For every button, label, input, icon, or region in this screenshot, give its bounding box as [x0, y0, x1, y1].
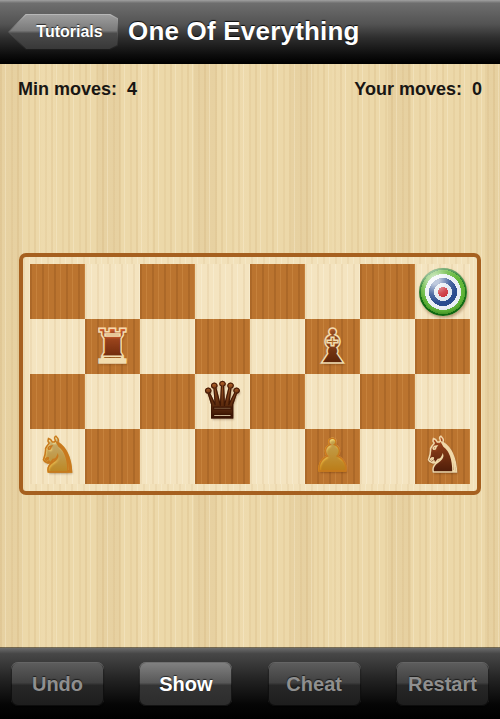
square-r2c8[interactable]	[415, 319, 470, 374]
square-r1c7[interactable]	[360, 264, 415, 319]
square-r4c5[interactable]	[250, 429, 305, 484]
min-moves: Min moves: 4	[18, 79, 137, 100]
square-r1c8[interactable]	[415, 264, 470, 319]
square-r2c6[interactable]: ♝	[305, 319, 360, 374]
restart-button[interactable]: Restart	[396, 662, 489, 706]
square-r3c4[interactable]: ♛	[195, 374, 250, 429]
your-moves-label: Your moves:	[354, 79, 462, 100]
square-r4c7[interactable]	[360, 429, 415, 484]
square-r2c5[interactable]	[250, 319, 305, 374]
square-r2c1[interactable]	[30, 319, 85, 374]
min-moves-label: Min moves:	[18, 79, 117, 100]
square-r1c4[interactable]	[195, 264, 250, 319]
square-r2c3[interactable]	[140, 319, 195, 374]
square-r4c6[interactable]: ♟	[305, 429, 360, 484]
square-r2c7[interactable]	[360, 319, 415, 374]
square-r4c2[interactable]	[85, 429, 140, 484]
undo-button[interactable]: Undo	[11, 662, 104, 706]
bottom-toolbar: Undo Show Cheat Restart	[0, 648, 500, 719]
back-button-label: Tutorials	[36, 23, 102, 41]
square-r4c4[interactable]	[195, 429, 250, 484]
square-r3c7[interactable]	[360, 374, 415, 429]
square-r3c2[interactable]	[85, 374, 140, 429]
your-moves-value: 0	[472, 79, 482, 100]
pale-yellow-knight-piece[interactable]: ♞	[36, 431, 80, 480]
square-r3c5[interactable]	[250, 374, 305, 429]
show-button[interactable]: Show	[139, 662, 232, 706]
red-brown-bishop-piece[interactable]: ♝	[311, 322, 354, 370]
your-moves: Your moves: 0	[354, 79, 482, 100]
dark-red-brown-knight-piece[interactable]: ♞	[421, 431, 465, 480]
square-r4c8[interactable]: ♞	[415, 429, 470, 484]
orange-red-rook-piece[interactable]: ♜	[91, 322, 134, 370]
target-bullseye-icon	[419, 268, 467, 316]
square-r2c2[interactable]: ♜	[85, 319, 140, 374]
square-r3c6[interactable]	[305, 374, 360, 429]
board-grid: ♜♝♛♞♟♞	[30, 264, 470, 484]
square-r2c4[interactable]	[195, 319, 250, 374]
navigation-bar: Tutorials One Of Everything	[0, 0, 500, 64]
square-r3c3[interactable]	[140, 374, 195, 429]
square-r1c5[interactable]	[250, 264, 305, 319]
square-r1c3[interactable]	[140, 264, 195, 319]
back-chevron-icon: Tutorials	[9, 15, 117, 49]
move-stats: Min moves: 4 Your moves: 0	[18, 79, 482, 100]
min-moves-value: 4	[127, 79, 137, 100]
chess-board: ♜♝♛♞♟♞	[19, 253, 481, 495]
square-r4c3[interactable]	[140, 429, 195, 484]
square-r1c6[interactable]	[305, 264, 360, 319]
square-r4c1[interactable]: ♞	[30, 429, 85, 484]
page-title: One Of Everything	[128, 0, 360, 64]
square-r3c1[interactable]	[30, 374, 85, 429]
dark-brown-queen-piece[interactable]: ♛	[200, 376, 245, 426]
square-r1c1[interactable]	[30, 264, 85, 319]
square-r1c2[interactable]	[85, 264, 140, 319]
back-button-tutorials[interactable]: Tutorials	[8, 14, 118, 50]
square-r3c8[interactable]	[415, 374, 470, 429]
golden-yellow-pawn-piece[interactable]: ♟	[312, 433, 352, 478]
cheat-button[interactable]: Cheat	[268, 662, 361, 706]
